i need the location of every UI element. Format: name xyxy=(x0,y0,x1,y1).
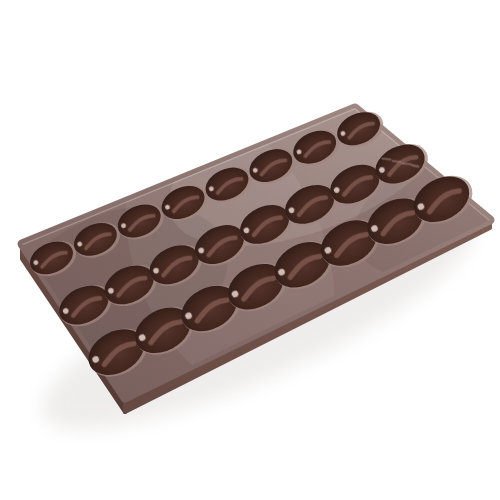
product-photo-stage xyxy=(0,0,500,500)
coffee-bean-mold-photo xyxy=(0,0,500,500)
